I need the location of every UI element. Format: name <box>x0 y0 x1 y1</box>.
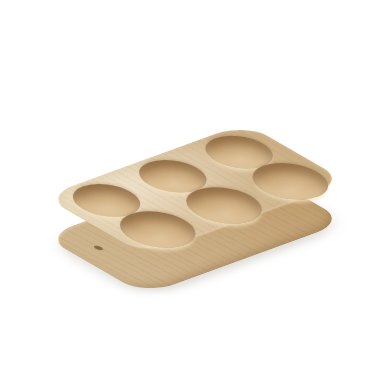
photo-canvas <box>0 0 390 390</box>
mancala-board <box>67 104 323 274</box>
wood-knot <box>92 245 105 251</box>
